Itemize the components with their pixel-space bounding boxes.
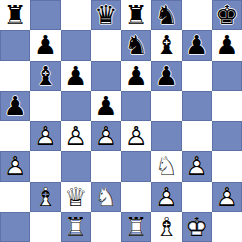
black-pawn: ♟ xyxy=(61,61,91,91)
black-bishop: ♝ xyxy=(151,30,181,60)
square-a5[interactable]: ♟ xyxy=(0,91,30,121)
black-pawn: ♟ xyxy=(0,91,30,121)
black-pawn: ♟ xyxy=(182,30,212,60)
square-a7[interactable] xyxy=(0,30,30,60)
square-b7[interactable]: ♟ xyxy=(30,30,60,60)
square-c6[interactable]: ♟ xyxy=(61,61,91,91)
square-c2[interactable]: ♛♕ xyxy=(61,182,91,212)
black-pawn: ♟ xyxy=(151,61,181,91)
square-d4[interactable]: ♟♙ xyxy=(91,121,121,151)
white-pawn: ♟♙ xyxy=(212,182,242,212)
square-f2[interactable]: ♟♙ xyxy=(151,182,181,212)
square-h6[interactable] xyxy=(212,61,242,91)
square-f1[interactable]: ♝♗ xyxy=(151,212,181,242)
square-f6[interactable]: ♟ xyxy=(151,61,181,91)
square-g4[interactable] xyxy=(182,121,212,151)
square-a1[interactable] xyxy=(0,212,30,242)
square-d5[interactable]: ♟ xyxy=(91,91,121,121)
square-e8[interactable]: ♜ xyxy=(121,0,151,30)
square-f5[interactable] xyxy=(151,91,181,121)
square-f4[interactable] xyxy=(151,121,181,151)
white-queen: ♛♕ xyxy=(61,182,91,212)
square-e4[interactable]: ♟♙ xyxy=(121,121,151,151)
square-g3[interactable]: ♟♙ xyxy=(182,151,212,181)
square-h7[interactable]: ♟ xyxy=(212,30,242,60)
square-h4[interactable] xyxy=(212,121,242,151)
square-h5[interactable] xyxy=(212,91,242,121)
square-a8[interactable]: ♜ xyxy=(0,0,30,30)
white-king: ♚♔ xyxy=(182,212,212,242)
square-g6[interactable] xyxy=(182,61,212,91)
square-d7[interactable] xyxy=(91,30,121,60)
square-f8[interactable]: ♞ xyxy=(151,0,181,30)
square-c7[interactable] xyxy=(61,30,91,60)
square-h8[interactable]: ♚ xyxy=(212,0,242,30)
black-pawn: ♟ xyxy=(121,61,151,91)
black-knight: ♞ xyxy=(151,0,181,30)
square-a3[interactable]: ♟♙ xyxy=(0,151,30,181)
square-c8[interactable] xyxy=(61,0,91,30)
white-pawn: ♟♙ xyxy=(30,121,60,151)
square-b2[interactable]: ♝♗ xyxy=(30,182,60,212)
black-bishop: ♝ xyxy=(30,61,60,91)
square-d2[interactable]: ♞♘ xyxy=(91,182,121,212)
white-rook: ♜♖ xyxy=(61,212,91,242)
square-d8[interactable]: ♛ xyxy=(91,0,121,30)
square-a2[interactable] xyxy=(0,182,30,212)
square-b5[interactable] xyxy=(30,91,60,121)
square-e6[interactable]: ♟ xyxy=(121,61,151,91)
white-pawn: ♟♙ xyxy=(151,182,181,212)
square-d3[interactable] xyxy=(91,151,121,181)
square-b3[interactable] xyxy=(30,151,60,181)
square-h1[interactable] xyxy=(212,212,242,242)
square-d6[interactable] xyxy=(91,61,121,91)
black-king: ♚ xyxy=(212,0,242,30)
square-c4[interactable]: ♟♙ xyxy=(61,121,91,151)
square-a6[interactable] xyxy=(0,61,30,91)
square-b8[interactable] xyxy=(30,0,60,30)
chess-board: ♜♛♜♞♚♟♞♝♟♟♝♟♟♟♟♟♟♙♟♙♟♙♟♙♟♙♞♘♟♙♝♗♛♕♞♘♟♙♟♙… xyxy=(0,0,242,242)
square-b6[interactable]: ♝ xyxy=(30,61,60,91)
black-rook: ♜ xyxy=(0,0,30,30)
square-h3[interactable] xyxy=(212,151,242,181)
square-d1[interactable] xyxy=(91,212,121,242)
square-f3[interactable]: ♞♘ xyxy=(151,151,181,181)
black-pawn: ♟ xyxy=(91,91,121,121)
square-g2[interactable] xyxy=(182,182,212,212)
black-queen: ♛ xyxy=(91,0,121,30)
square-e3[interactable] xyxy=(121,151,151,181)
square-g7[interactable]: ♟ xyxy=(182,30,212,60)
square-c3[interactable] xyxy=(61,151,91,181)
square-g5[interactable] xyxy=(182,91,212,121)
square-g1[interactable]: ♚♔ xyxy=(182,212,212,242)
black-pawn: ♟ xyxy=(30,30,60,60)
white-pawn: ♟♙ xyxy=(61,121,91,151)
square-c5[interactable] xyxy=(61,91,91,121)
square-h2[interactable]: ♟♙ xyxy=(212,182,242,212)
square-b1[interactable] xyxy=(30,212,60,242)
square-e1[interactable]: ♜♖ xyxy=(121,212,151,242)
white-pawn: ♟♙ xyxy=(91,121,121,151)
white-pawn: ♟♙ xyxy=(0,151,30,181)
square-e5[interactable] xyxy=(121,91,151,121)
square-c1[interactable]: ♜♖ xyxy=(61,212,91,242)
black-knight: ♞ xyxy=(121,30,151,60)
white-bishop: ♝♗ xyxy=(151,212,181,242)
square-f7[interactable]: ♝ xyxy=(151,30,181,60)
white-pawn: ♟♙ xyxy=(182,151,212,181)
square-g8[interactable] xyxy=(182,0,212,30)
black-rook: ♜ xyxy=(121,0,151,30)
white-knight: ♞♘ xyxy=(151,151,181,181)
white-rook: ♜♖ xyxy=(121,212,151,242)
square-e7[interactable]: ♞ xyxy=(121,30,151,60)
black-pawn: ♟ xyxy=(212,30,242,60)
white-pawn: ♟♙ xyxy=(121,121,151,151)
square-e2[interactable] xyxy=(121,182,151,212)
white-bishop: ♝♗ xyxy=(30,182,60,212)
square-a4[interactable] xyxy=(0,121,30,151)
square-b4[interactable]: ♟♙ xyxy=(30,121,60,151)
white-knight: ♞♘ xyxy=(91,182,121,212)
